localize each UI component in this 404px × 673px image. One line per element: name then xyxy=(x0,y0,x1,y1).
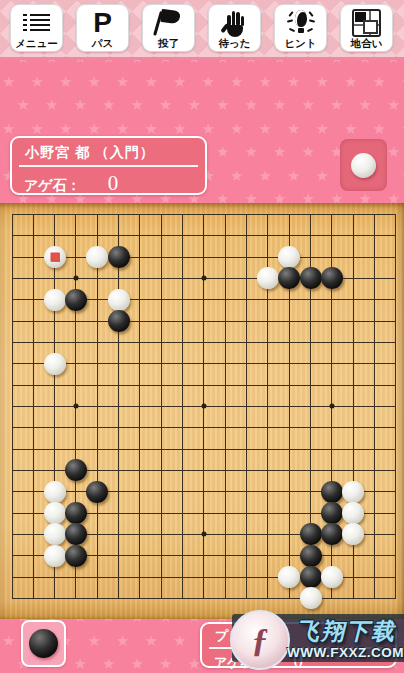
menu-icon xyxy=(23,8,50,38)
stone-black xyxy=(65,502,87,524)
stone-black xyxy=(321,523,343,545)
stone-black xyxy=(108,310,130,332)
hint-button-label: ヒント xyxy=(284,38,316,49)
undo-button-label: 待った xyxy=(219,38,251,49)
star-point xyxy=(201,532,206,537)
black-stone-indicator xyxy=(21,620,66,667)
stone-black xyxy=(321,481,343,503)
go-app-screen: メニュー P パス 投了 待った ヒント xyxy=(0,0,404,673)
white-stone-indicator xyxy=(340,139,387,191)
stone-black xyxy=(86,481,108,503)
star-point xyxy=(201,276,206,281)
territory-button-label: 地合い xyxy=(351,38,383,49)
black-player-zone: ★★★★★★★★★★★★★★★★★★★★★★★★★★★★★★★★★★★★★★★★… xyxy=(0,619,404,673)
stone-white xyxy=(44,353,66,375)
black-captures-count: 0 xyxy=(294,650,304,672)
stone-black xyxy=(278,267,300,289)
stone-white xyxy=(278,246,300,268)
black-captures-label: アゲ石： xyxy=(214,654,267,672)
stone-white xyxy=(257,267,279,289)
hint-button[interactable]: ヒント xyxy=(274,4,327,52)
stone-white xyxy=(342,502,364,524)
stone-white xyxy=(342,523,364,545)
stone-black xyxy=(300,566,322,588)
black-player-panel: プレ アゲ石： 0 xyxy=(200,622,397,668)
stone-white xyxy=(86,246,108,268)
stone-black xyxy=(108,246,130,268)
stone-black xyxy=(300,545,322,567)
stone-black xyxy=(65,545,87,567)
stone-white xyxy=(44,502,66,524)
white-captures-count: 0 xyxy=(108,171,119,196)
territory-icon xyxy=(352,8,381,38)
black-player-name: プレ xyxy=(202,624,395,647)
stone-white xyxy=(342,481,364,503)
stone-black xyxy=(65,523,87,545)
resign-button-label: 投了 xyxy=(158,38,179,49)
stone-white xyxy=(44,289,66,311)
undo-button[interactable]: 待った xyxy=(208,4,261,52)
pass-button-label: パス xyxy=(92,38,114,49)
stone-black xyxy=(321,502,343,524)
star-point xyxy=(73,404,78,409)
hand-icon xyxy=(223,8,247,38)
stone-white xyxy=(44,481,66,503)
star-point xyxy=(201,404,206,409)
stone-black xyxy=(321,267,343,289)
white-player-zone: ★★★★★★★★★★★★★★★★★★★★★★★★★★★★★★★★★★★★★★★★… xyxy=(0,60,404,203)
white-player-panel: 小野宮 都 （入門） アゲ石： 0 xyxy=(10,136,207,195)
flag-icon xyxy=(155,8,182,38)
star-point xyxy=(73,276,78,281)
star-point xyxy=(329,404,334,409)
lightbulb-icon xyxy=(287,8,315,38)
stone-black xyxy=(300,267,322,289)
stone-white xyxy=(44,523,66,545)
toolbar: メニュー P パス 投了 待った ヒント xyxy=(0,0,404,57)
stone-white xyxy=(108,289,130,311)
white-player-name: 小野宮 都 （入門） xyxy=(12,138,205,165)
resign-button[interactable]: 投了 xyxy=(142,4,195,52)
territory-button[interactable]: 地合い xyxy=(340,4,393,52)
stone-black xyxy=(65,289,87,311)
white-captures-label: アゲ石： xyxy=(24,177,81,195)
stone-black xyxy=(65,459,87,481)
menu-button[interactable]: メニュー xyxy=(10,4,63,52)
black-stone-icon xyxy=(29,629,58,658)
white-stone-icon xyxy=(351,153,376,178)
go-board[interactable] xyxy=(0,203,404,619)
menu-button-label: メニュー xyxy=(15,38,58,49)
stone-black xyxy=(300,523,322,545)
pass-icon: P xyxy=(93,8,112,38)
stone-white xyxy=(321,566,343,588)
stone-white xyxy=(278,566,300,588)
stone-white xyxy=(300,587,322,609)
pass-button[interactable]: P パス xyxy=(76,4,129,52)
last-move-marker xyxy=(50,253,59,262)
stone-white xyxy=(44,545,66,567)
